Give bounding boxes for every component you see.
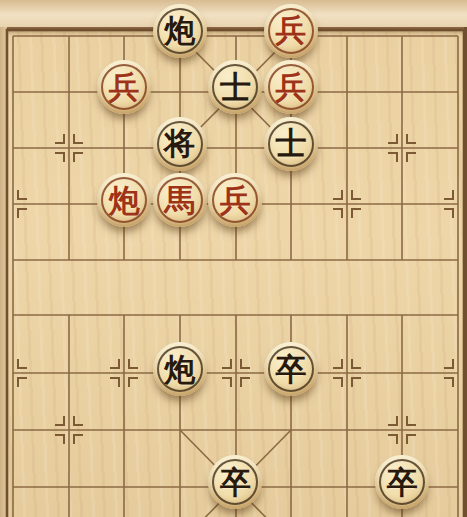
board-cell: 将 <box>152 121 208 177</box>
board-cell: 炮 <box>96 177 152 233</box>
piece-glyph: 炮 <box>153 4 207 58</box>
piece-glyph: 士 <box>208 60 262 114</box>
board-cell: 兵 <box>208 177 264 233</box>
piece-glyph: 将 <box>153 117 207 171</box>
piece-glyph: 炮 <box>153 342 207 396</box>
piece-glyph: 兵 <box>264 4 318 58</box>
piece-red-horse[interactable]: 馬 <box>153 173 207 227</box>
board-cell: 士 <box>263 121 319 177</box>
piece-red-soldier[interactable]: 兵 <box>97 60 151 114</box>
piece-glyph: 士 <box>264 117 318 171</box>
piece-glyph: 卒 <box>208 455 262 509</box>
piece-red-soldier[interactable]: 兵 <box>208 173 262 227</box>
piece-black-advisor[interactable]: 士 <box>208 60 262 114</box>
piece-glyph: 馬 <box>153 173 207 227</box>
piece-black-soldier[interactable]: 卒 <box>264 342 318 396</box>
piece-glyph: 炮 <box>97 173 151 227</box>
piece-glyph: 卒 <box>375 455 429 509</box>
board-cell: 馬 <box>152 177 208 233</box>
piece-red-cannon[interactable]: 炮 <box>97 173 151 227</box>
board-cell: 炮 <box>152 8 208 64</box>
piece-black-cannon[interactable]: 炮 <box>153 342 207 396</box>
piece-black-cannon[interactable]: 炮 <box>153 4 207 58</box>
board-cell: 卒 <box>208 459 264 515</box>
piece-glyph: 卒 <box>264 342 318 396</box>
piece-black-general[interactable]: 将 <box>153 117 207 171</box>
board-cell: 兵 <box>96 64 152 120</box>
board-cell: 卒 <box>374 459 430 515</box>
piece-glyph: 兵 <box>208 173 262 227</box>
piece-red-soldier[interactable]: 兵 <box>264 60 318 114</box>
piece-layer: 炮兵兵士兵将士炮馬兵炮卒卒卒 <box>0 8 467 517</box>
board-cell: 兵 <box>263 8 319 64</box>
board-cell: 卒 <box>263 346 319 402</box>
xiangqi-board: 炮兵兵士兵将士炮馬兵炮卒卒卒 <box>0 0 467 517</box>
board-cell: 兵 <box>263 64 319 120</box>
piece-glyph: 兵 <box>97 60 151 114</box>
piece-black-soldier[interactable]: 卒 <box>375 455 429 509</box>
piece-red-soldier[interactable]: 兵 <box>264 4 318 58</box>
piece-glyph: 兵 <box>264 60 318 114</box>
board-cell: 炮 <box>152 346 208 402</box>
piece-black-advisor[interactable]: 士 <box>264 117 318 171</box>
piece-black-soldier[interactable]: 卒 <box>208 455 262 509</box>
board-cell: 士 <box>208 64 264 120</box>
